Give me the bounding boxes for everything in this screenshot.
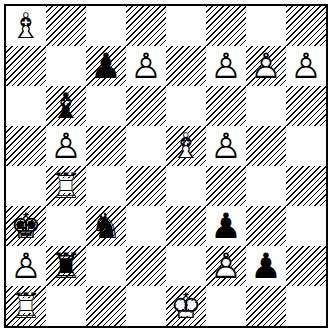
square-e5[interactable]: ♝♗ (166, 126, 206, 166)
white-pawn: ♟♙ (206, 246, 246, 286)
square-f7[interactable]: ♟♙ (206, 46, 246, 86)
square-h8[interactable] (286, 6, 326, 46)
square-e6[interactable] (166, 86, 206, 126)
piece-glyph: ♗ (166, 126, 206, 166)
black-king: ♚ (6, 206, 46, 246)
square-h1[interactable] (286, 286, 326, 326)
square-f3[interactable]: ♟ (206, 206, 246, 246)
square-d8[interactable] (126, 6, 166, 46)
white-pawn: ♟♙ (206, 46, 246, 86)
square-g4[interactable] (246, 166, 286, 206)
white-rook: ♜♖ (6, 286, 46, 326)
black-pawn: ♟ (246, 246, 286, 286)
black-pawn: ♟ (206, 206, 246, 246)
piece-glyph: ♟ (246, 246, 286, 286)
white-pawn: ♟♙ (46, 126, 86, 166)
white-pawn: ♟♙ (206, 126, 246, 166)
square-h6[interactable] (286, 86, 326, 126)
piece-glyph: ♙ (46, 126, 86, 166)
square-c1[interactable] (86, 286, 126, 326)
square-c3[interactable]: ♞ (86, 206, 126, 246)
piece-glyph: ♗ (6, 6, 46, 46)
white-bishop: ♝♗ (166, 126, 206, 166)
piece-glyph: ♜ (46, 246, 86, 286)
chess-diagram: ♝♗♟♟♙♟♙♟♙♟♙♝♟♙♝♗♟♙♜♖♚♞♟♟♙♜♟♙♟♜♖♚♔ (0, 0, 332, 332)
square-c5[interactable] (86, 126, 126, 166)
square-c2[interactable] (86, 246, 126, 286)
square-g6[interactable] (246, 86, 286, 126)
chess-board: ♝♗♟♟♙♟♙♟♙♟♙♝♟♙♝♗♟♙♜♖♚♞♟♟♙♜♟♙♟♜♖♚♔ (6, 6, 326, 326)
square-f2[interactable]: ♟♙ (206, 246, 246, 286)
white-pawn: ♟♙ (126, 46, 166, 86)
white-pawn: ♟♙ (286, 46, 326, 86)
square-g2[interactable]: ♟ (246, 246, 286, 286)
piece-glyph: ♚ (6, 206, 46, 246)
white-rook: ♜♖ (46, 166, 86, 206)
square-e2[interactable] (166, 246, 206, 286)
piece-glyph: ♟ (206, 206, 246, 246)
square-h3[interactable] (286, 206, 326, 246)
square-g5[interactable] (246, 126, 286, 166)
black-rook: ♜ (46, 246, 86, 286)
square-b5[interactable]: ♟♙ (46, 126, 86, 166)
square-d1[interactable] (126, 286, 166, 326)
square-d3[interactable] (126, 206, 166, 246)
white-bishop: ♝♗ (6, 6, 46, 46)
square-d4[interactable] (126, 166, 166, 206)
black-pawn: ♟ (86, 46, 126, 86)
piece-glyph: ♙ (246, 46, 286, 86)
piece-glyph: ♙ (286, 46, 326, 86)
board-frame: ♝♗♟♟♙♟♙♟♙♟♙♝♟♙♝♗♟♙♜♖♚♞♟♟♙♜♟♙♟♜♖♚♔ (4, 4, 328, 328)
black-bishop: ♝ (46, 86, 86, 126)
square-f1[interactable] (206, 286, 246, 326)
piece-glyph: ♝ (46, 86, 86, 126)
white-king: ♚♔ (166, 286, 206, 326)
square-b7[interactable] (46, 46, 86, 86)
square-d6[interactable] (126, 86, 166, 126)
white-pawn: ♟♙ (246, 46, 286, 86)
square-a8[interactable]: ♝♗ (6, 6, 46, 46)
square-h2[interactable] (286, 246, 326, 286)
square-a3[interactable]: ♚ (6, 206, 46, 246)
square-b1[interactable] (46, 286, 86, 326)
square-b6[interactable]: ♝ (46, 86, 86, 126)
square-d5[interactable] (126, 126, 166, 166)
square-d7[interactable]: ♟♙ (126, 46, 166, 86)
square-b4[interactable]: ♜♖ (46, 166, 86, 206)
square-f8[interactable] (206, 6, 246, 46)
square-b2[interactable]: ♜ (46, 246, 86, 286)
square-c6[interactable] (86, 86, 126, 126)
piece-glyph: ♖ (6, 286, 46, 326)
piece-glyph: ♞ (86, 206, 126, 246)
square-c4[interactable] (86, 166, 126, 206)
piece-glyph: ♙ (6, 246, 46, 286)
square-a5[interactable] (6, 126, 46, 166)
piece-glyph: ♔ (166, 286, 206, 326)
square-c7[interactable]: ♟ (86, 46, 126, 86)
square-g1[interactable] (246, 286, 286, 326)
square-a4[interactable] (6, 166, 46, 206)
square-g7[interactable]: ♟♙ (246, 46, 286, 86)
square-f5[interactable]: ♟♙ (206, 126, 246, 166)
square-b3[interactable] (46, 206, 86, 246)
square-h4[interactable] (286, 166, 326, 206)
square-e8[interactable] (166, 6, 206, 46)
piece-glyph: ♙ (126, 46, 166, 86)
square-f4[interactable] (206, 166, 246, 206)
white-pawn: ♟♙ (6, 246, 46, 286)
square-h7[interactable]: ♟♙ (286, 46, 326, 86)
square-b8[interactable] (46, 6, 86, 46)
square-h5[interactable] (286, 126, 326, 166)
square-e3[interactable] (166, 206, 206, 246)
piece-glyph: ♙ (206, 246, 246, 286)
square-c8[interactable] (86, 6, 126, 46)
square-e1[interactable]: ♚♔ (166, 286, 206, 326)
square-a2[interactable]: ♟♙ (6, 246, 46, 286)
piece-glyph: ♙ (206, 126, 246, 166)
piece-glyph: ♙ (206, 46, 246, 86)
square-a6[interactable] (6, 86, 46, 126)
square-e4[interactable] (166, 166, 206, 206)
piece-glyph: ♟ (86, 46, 126, 86)
square-f6[interactable] (206, 86, 246, 126)
square-d2[interactable] (126, 246, 166, 286)
square-e7[interactable] (166, 46, 206, 86)
square-a7[interactable] (6, 46, 46, 86)
black-knight: ♞ (86, 206, 126, 246)
square-a1[interactable]: ♜♖ (6, 286, 46, 326)
square-g3[interactable] (246, 206, 286, 246)
piece-glyph: ♖ (46, 166, 86, 206)
square-g8[interactable] (246, 6, 286, 46)
